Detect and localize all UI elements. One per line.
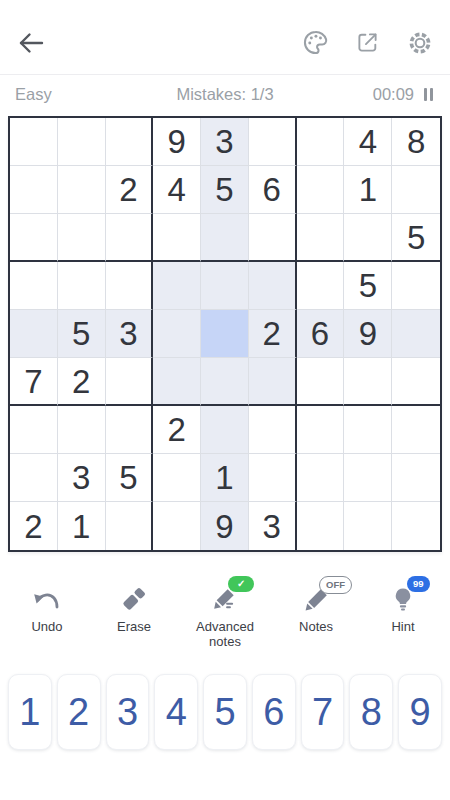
mistakes-label: Mistakes: 1/3	[176, 85, 273, 104]
cell-r2c8[interactable]: 1	[344, 166, 392, 214]
cell-r8c5[interactable]: 1	[201, 454, 249, 502]
cell-r5c6[interactable]: 2	[249, 310, 297, 358]
notes-off-badge: OFF	[319, 576, 352, 594]
cell-r7c8[interactable]	[344, 406, 392, 454]
pause-button[interactable]	[422, 86, 435, 103]
difficulty-label: Easy	[15, 85, 176, 104]
cell-r6c9[interactable]	[392, 358, 440, 406]
cell-r4c5[interactable]	[201, 262, 249, 310]
advanced-notes-on-badge: ✓	[228, 576, 254, 592]
cell-r6c2[interactable]: 2	[58, 358, 106, 406]
cell-r8c9[interactable]	[392, 454, 440, 502]
cell-r7c6[interactable]	[249, 406, 297, 454]
cell-r8c3[interactable]: 5	[106, 454, 154, 502]
cell-r7c2[interactable]	[58, 406, 106, 454]
numpad-key-4[interactable]: 4	[154, 674, 198, 750]
cell-r1c7[interactable]	[297, 118, 345, 166]
cell-r1c3[interactable]	[106, 118, 154, 166]
cell-r2c2[interactable]	[58, 166, 106, 214]
cell-r3c2[interactable]	[58, 214, 106, 262]
sudoku-board: 93482456155532697223512193	[8, 116, 442, 552]
cell-r3c4[interactable]	[153, 214, 201, 262]
erase-button[interactable]: Erase	[99, 580, 169, 635]
cell-r4c9[interactable]	[392, 262, 440, 310]
cell-r1c6[interactable]	[249, 118, 297, 166]
notes-button[interactable]: OFF Notes	[281, 580, 351, 635]
cell-r4c6[interactable]	[249, 262, 297, 310]
pencil-icon: OFF	[303, 586, 329, 612]
cell-r6c6[interactable]	[249, 358, 297, 406]
numpad-key-9[interactable]: 9	[398, 674, 442, 750]
cell-r3c9[interactable]: 5	[392, 214, 440, 262]
undo-label: Undo	[31, 620, 62, 635]
hint-button[interactable]: 99 Hint	[368, 580, 438, 635]
undo-icon	[32, 586, 62, 612]
cell-r5c7[interactable]: 6	[297, 310, 345, 358]
settings-button[interactable]	[406, 29, 434, 60]
number-pad: 123456789	[8, 674, 442, 750]
cell-r8c1[interactable]	[10, 454, 58, 502]
numpad-key-3[interactable]: 3	[106, 674, 150, 750]
cell-r7c7[interactable]	[297, 406, 345, 454]
cell-r9c7[interactable]	[297, 502, 345, 550]
cell-r9c4[interactable]	[153, 502, 201, 550]
cell-r7c5[interactable]	[201, 406, 249, 454]
hint-count-badge: 99	[407, 576, 430, 592]
cell-r4c3[interactable]	[106, 262, 154, 310]
cell-r2c7[interactable]	[297, 166, 345, 214]
cell-r5c1[interactable]	[10, 310, 58, 358]
cell-r3c8[interactable]	[344, 214, 392, 262]
cell-r1c5[interactable]: 3	[201, 118, 249, 166]
timer-area: 00:09	[274, 85, 435, 104]
cell-r5c5[interactable]	[201, 310, 249, 358]
cell-r2c5[interactable]: 5	[201, 166, 249, 214]
cell-r5c3[interactable]: 3	[106, 310, 154, 358]
share-external-icon	[355, 30, 380, 58]
cell-r5c2[interactable]: 5	[58, 310, 106, 358]
cell-r3c6[interactable]	[249, 214, 297, 262]
cell-r2c9[interactable]	[392, 166, 440, 214]
cell-r5c9[interactable]	[392, 310, 440, 358]
pencil-with-lines-icon: ✓	[212, 586, 238, 612]
numpad-key-7[interactable]: 7	[301, 674, 345, 750]
app-header	[0, 0, 450, 74]
cell-r9c1[interactable]: 2	[10, 502, 58, 550]
cell-r5c4[interactable]	[153, 310, 201, 358]
theme-palette-button[interactable]	[302, 29, 329, 59]
header-action-icons	[302, 29, 434, 60]
cell-r2c6[interactable]: 6	[249, 166, 297, 214]
cell-r9c6[interactable]: 3	[249, 502, 297, 550]
cell-r4c2[interactable]	[58, 262, 106, 310]
cell-r7c4[interactable]: 2	[153, 406, 201, 454]
cell-r8c8[interactable]	[344, 454, 392, 502]
cell-r6c1[interactable]: 7	[10, 358, 58, 406]
cell-r7c3[interactable]	[106, 406, 154, 454]
eraser-icon	[121, 586, 147, 612]
lightbulb-icon: 99	[391, 586, 415, 612]
numpad-key-2[interactable]: 2	[57, 674, 101, 750]
cell-r7c9[interactable]	[392, 406, 440, 454]
cell-r9c3[interactable]	[106, 502, 154, 550]
cell-r3c7[interactable]	[297, 214, 345, 262]
advanced-notes-button[interactable]: ✓ Advanced notes	[186, 580, 264, 650]
cell-r1c9[interactable]: 8	[392, 118, 440, 166]
cell-r6c3[interactable]	[106, 358, 154, 406]
cell-r3c1[interactable]	[10, 214, 58, 262]
cell-r2c4[interactable]: 4	[153, 166, 201, 214]
cell-r3c5[interactable]	[201, 214, 249, 262]
numpad-key-5[interactable]: 5	[203, 674, 247, 750]
share-button[interactable]	[355, 30, 380, 58]
pause-icon	[424, 88, 427, 101]
cell-r1c4[interactable]: 9	[153, 118, 201, 166]
cell-r8c2[interactable]: 3	[58, 454, 106, 502]
cell-r2c3[interactable]: 2	[106, 166, 154, 214]
cell-r6c5[interactable]	[201, 358, 249, 406]
cell-r6c8[interactable]	[344, 358, 392, 406]
cell-r4c7[interactable]	[297, 262, 345, 310]
erase-label: Erase	[117, 620, 151, 635]
cell-r1c2[interactable]	[58, 118, 106, 166]
numpad-key-8[interactable]: 8	[349, 674, 393, 750]
cell-r8c6[interactable]	[249, 454, 297, 502]
cell-r4c8[interactable]: 5	[344, 262, 392, 310]
palette-icon	[302, 29, 329, 59]
cell-r2c1[interactable]	[10, 166, 58, 214]
cell-r9c2[interactable]: 1	[58, 502, 106, 550]
cell-r1c1[interactable]	[10, 118, 58, 166]
undo-button[interactable]: Undo	[12, 580, 82, 635]
numpad-key-6[interactable]: 6	[252, 674, 296, 750]
back-arrow-icon	[16, 30, 46, 59]
cell-r9c8[interactable]	[344, 502, 392, 550]
back-button[interactable]	[16, 30, 46, 59]
timer-value: 00:09	[373, 85, 414, 104]
cell-r8c7[interactable]	[297, 454, 345, 502]
cell-r6c4[interactable]	[153, 358, 201, 406]
status-bar: Easy Mistakes: 1/3 00:09	[0, 74, 450, 114]
cell-r9c9[interactable]	[392, 502, 440, 550]
cell-r8c4[interactable]	[153, 454, 201, 502]
cell-r5c8[interactable]: 9	[344, 310, 392, 358]
toolbar: Undo Erase ✓ Advanced notes OFF Notes 99…	[0, 580, 450, 652]
cell-r1c8[interactable]: 4	[344, 118, 392, 166]
cell-r4c1[interactable]	[10, 262, 58, 310]
cell-r7c1[interactable]	[10, 406, 58, 454]
cell-r6c7[interactable]	[297, 358, 345, 406]
gear-icon	[406, 29, 434, 60]
hint-label: Hint	[391, 620, 414, 635]
cell-r3c3[interactable]	[106, 214, 154, 262]
cell-r9c5[interactable]: 9	[201, 502, 249, 550]
notes-label: Notes	[299, 620, 333, 635]
advanced-notes-label: Advanced notes	[186, 620, 264, 650]
numpad-key-1[interactable]: 1	[8, 674, 52, 750]
cell-r4c4[interactable]	[153, 262, 201, 310]
